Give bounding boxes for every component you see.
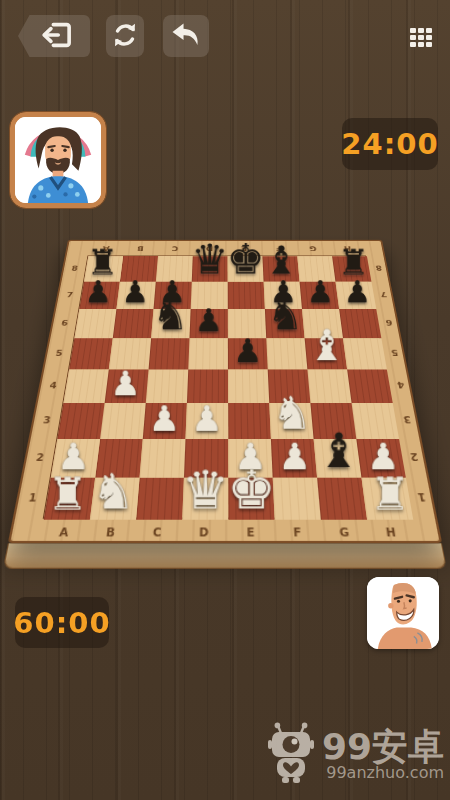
square-a1[interactable]: ♜	[44, 478, 95, 520]
file-label: D	[180, 526, 227, 538]
file-label: G	[295, 245, 330, 252]
square-b1[interactable]: ♞	[90, 478, 140, 520]
watermark-url: 99anzhuo.com	[326, 763, 444, 782]
bottom-timer-value: 60:00	[13, 606, 110, 640]
square-d1[interactable]: ♛	[182, 478, 228, 520]
square-a4[interactable]	[63, 369, 108, 402]
square-g5[interactable]: ♝	[305, 338, 348, 369]
square-b4[interactable]: ♟	[105, 369, 149, 402]
square-a6[interactable]	[74, 309, 116, 338]
chess-board-scene: ABCDEFGH 87654321 ♜♛♚♝♜♟♟♟♟♟♟♞♟♞♟♝♟♟♟♞♟♟…	[0, 196, 450, 556]
app-background: 24:00 ABCDEFGH 87654321 ♜♛♚♝♜♟♟♟♟♟♟♞♟♞♟♝…	[0, 0, 450, 800]
square-d5[interactable]	[188, 338, 228, 369]
top-timer-value: 24:00	[341, 127, 438, 161]
white-queen[interactable]: ♛	[182, 464, 229, 517]
rank-label: 5	[381, 338, 408, 369]
black-pawn[interactable]: ♟	[122, 276, 149, 307]
square-b7[interactable]: ♟	[116, 282, 155, 309]
board-front-edge	[3, 543, 447, 569]
square-e4[interactable]	[228, 369, 269, 402]
undo-button[interactable]	[163, 15, 209, 57]
file-label: H	[330, 245, 366, 252]
square-e3[interactable]	[228, 403, 271, 439]
white-rook[interactable]: ♜	[47, 472, 87, 517]
white-pawn[interactable]: ♟	[278, 438, 311, 475]
file-label: B	[86, 526, 134, 538]
rank-label: 8	[367, 256, 391, 282]
undo-arrow-icon	[170, 21, 202, 51]
square-g7[interactable]: ♟	[300, 282, 340, 309]
file-label: F	[274, 526, 322, 538]
black-pawn[interactable]: ♟	[233, 334, 262, 367]
square-f2[interactable]: ♟	[271, 439, 317, 478]
rank-label: 7	[371, 281, 396, 308]
white-bishop[interactable]: ♝	[308, 324, 346, 367]
grid-menu-icon	[410, 28, 432, 47]
exit-button[interactable]	[18, 15, 90, 57]
file-label: A	[39, 526, 88, 538]
square-c3[interactable]: ♟	[143, 403, 187, 439]
restart-button[interactable]	[106, 15, 144, 57]
file-label: H	[367, 526, 416, 538]
robot-mascot-icon	[266, 722, 316, 788]
white-king[interactable]: ♚	[227, 462, 276, 516]
file-label: C	[157, 245, 192, 252]
square-h1[interactable]: ♜	[361, 478, 413, 520]
sync-icon	[111, 21, 139, 52]
watermark-brand: 99安卓	[322, 728, 444, 766]
square-g4[interactable]	[307, 369, 351, 402]
square-h4[interactable]	[347, 369, 393, 402]
file-label: E	[227, 245, 262, 252]
file-label: G	[320, 526, 368, 538]
black-pawn[interactable]: ♟	[307, 276, 334, 307]
file-label: C	[133, 526, 180, 538]
file-label: F	[261, 245, 296, 252]
file-label: D	[192, 245, 227, 252]
square-c6[interactable]: ♞	[151, 309, 191, 338]
square-e8[interactable]: ♚	[228, 256, 264, 282]
exit-door-arrow-icon	[40, 20, 74, 53]
square-f6[interactable]: ♞	[265, 309, 305, 338]
board-frame: ABCDEFGH 87654321 ♜♛♚♝♜♟♟♟♟♟♟♞♟♞♟♝♟♟♟♞♟♟…	[8, 240, 442, 544]
square-a5[interactable]	[69, 338, 113, 369]
rank-label: 6	[52, 308, 78, 337]
white-rook[interactable]: ♜	[370, 472, 410, 517]
black-knight[interactable]: ♞	[267, 296, 303, 336]
black-king[interactable]: ♚	[227, 238, 265, 280]
watermark: 99安卓 99anzhuo.com	[266, 722, 444, 788]
white-knight[interactable]: ♞	[92, 468, 135, 516]
file-label: B	[123, 245, 158, 252]
top-player-timer: 24:00	[342, 118, 438, 170]
square-g1[interactable]	[317, 478, 367, 520]
square-a3[interactable]	[57, 403, 104, 439]
square-f3[interactable]: ♞	[269, 403, 313, 439]
black-bishop[interactable]: ♝	[318, 427, 361, 475]
rank-label: 6	[376, 308, 402, 337]
square-e1[interactable]: ♚	[228, 478, 274, 520]
file-label: A	[88, 245, 123, 252]
files-bottom: ABCDEFGH	[38, 519, 416, 546]
square-d8[interactable]: ♛	[192, 256, 228, 282]
square-b6[interactable]	[113, 309, 154, 338]
square-e7[interactable]	[228, 282, 265, 309]
white-pawn[interactable]: ♟	[110, 367, 140, 401]
board-squares: ♜♛♚♝♜♟♟♟♟♟♟♞♟♞♟♝♟♟♟♞♟♟♟♝♟♜♞♛♚♜	[43, 256, 412, 519]
square-d6[interactable]: ♟	[190, 309, 228, 338]
black-pawn[interactable]: ♟	[195, 304, 223, 336]
square-c5[interactable]	[149, 338, 190, 369]
square-g2[interactable]: ♝	[314, 439, 362, 478]
square-h7[interactable]: ♟	[336, 282, 377, 309]
black-pawn[interactable]: ♟	[344, 276, 371, 307]
square-d3[interactable]: ♟	[185, 403, 228, 439]
black-knight[interactable]: ♞	[152, 296, 188, 336]
square-c1[interactable]	[136, 478, 184, 520]
white-pawn[interactable]: ♟	[191, 401, 223, 436]
square-f5[interactable]	[266, 338, 307, 369]
white-pawn[interactable]: ♟	[149, 401, 181, 436]
grid-menu-button[interactable]	[408, 26, 434, 48]
white-knight[interactable]: ♞	[272, 391, 312, 436]
square-f1[interactable]	[273, 478, 321, 520]
black-pawn[interactable]: ♟	[84, 276, 111, 307]
file-label: E	[227, 526, 274, 538]
square-b3[interactable]	[100, 403, 146, 439]
bottom-player-timer: 60:00	[15, 597, 109, 648]
player-top-avatar	[10, 112, 106, 208]
square-e5[interactable]: ♟	[228, 338, 268, 369]
square-c2[interactable]	[140, 439, 186, 478]
player-bottom-avatar	[367, 577, 439, 649]
square-a7[interactable]: ♟	[79, 282, 120, 309]
chess-board: ABCDEFGH 87654321 ♜♛♚♝♜♟♟♟♟♟♟♞♟♞♟♝♟♟♟♞♟♟…	[3, 240, 447, 569]
